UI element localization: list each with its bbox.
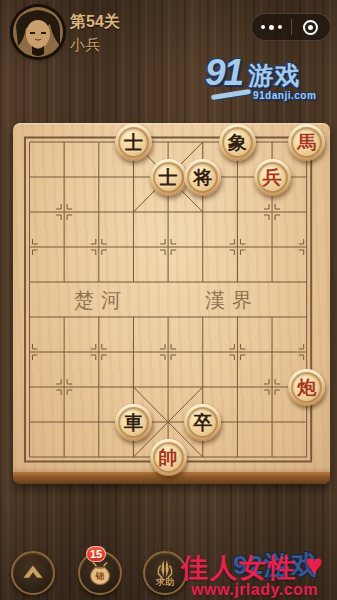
rank-label: 小兵 <box>70 36 100 55</box>
more-icon <box>261 25 265 29</box>
piece-character: 士 <box>124 133 143 152</box>
piece-character: 帥 <box>159 448 178 467</box>
piece-red-馬[interactable]: 馬 <box>288 124 325 161</box>
piece-character: 車 <box>124 413 143 432</box>
piece-red-炮[interactable]: 炮 <box>288 369 325 406</box>
river-label-left: 楚河 <box>74 289 128 311</box>
piece-red-兵[interactable]: 兵 <box>254 159 291 196</box>
brocade-bag-icon: 锦 <box>84 557 116 589</box>
piece-character: 兵 <box>263 168 282 187</box>
piece-character: 卒 <box>193 413 212 432</box>
app-screen: 第54关 小兵 91 游戏 91danji.com 楚河漢界 士象馬士将兵炮車卒… <box>0 0 337 600</box>
logo-site-url: 91danji.com <box>253 90 315 101</box>
exit-icon <box>303 20 318 35</box>
piece-black-将[interactable]: 将 <box>184 159 221 196</box>
piece-character: 象 <box>228 133 247 152</box>
piece-black-士[interactable]: 士 <box>115 124 152 161</box>
piece-character: 将 <box>193 168 212 187</box>
collapse-button[interactable] <box>11 551 55 595</box>
level-label: 第54关 <box>70 12 120 33</box>
piece-character: 士 <box>159 168 178 187</box>
piece-black-士[interactable]: 士 <box>150 159 187 196</box>
miniprogram-capsule <box>251 13 331 41</box>
logo-word: 游戏 <box>248 59 300 92</box>
piece-character: 馬 <box>297 133 316 152</box>
avatar-portrait <box>12 6 64 58</box>
bag-character: 锦 <box>95 571 105 581</box>
piece-black-卒[interactable]: 卒 <box>184 404 221 441</box>
piece-black-象[interactable]: 象 <box>219 124 256 161</box>
exit-button[interactable] <box>292 14 331 40</box>
river-label-right: 漢界 <box>205 289 259 311</box>
more-icon <box>269 25 274 30</box>
watermark-red-url: www.jrlady.com <box>191 581 318 599</box>
piece-black-車[interactable]: 車 <box>115 404 152 441</box>
xiangqi-board[interactable]: 楚河漢界 士象馬士将兵炮車卒帥 <box>13 123 330 484</box>
piece-character: 炮 <box>297 378 316 397</box>
piece-red-帥[interactable]: 帥 <box>150 439 187 476</box>
heart-icon: ♥ <box>305 548 323 582</box>
chevron-up-icon <box>18 558 48 588</box>
help-label: 求助 <box>145 576 185 589</box>
logo-number: 91 <box>205 56 242 90</box>
hint-count-badge: 15 <box>86 546 106 562</box>
avatar <box>12 6 64 58</box>
more-button[interactable] <box>252 14 291 40</box>
more-icon <box>278 25 282 29</box>
site-logo: 91 游戏 91danji.com <box>205 56 315 101</box>
